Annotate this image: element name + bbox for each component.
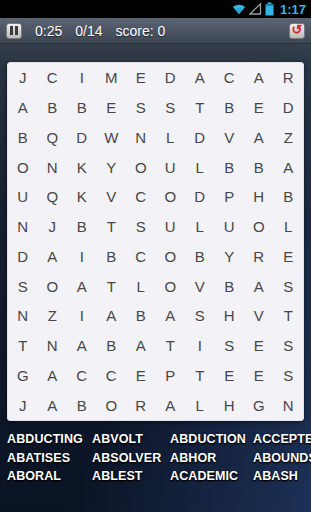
grid-cell[interactable]: U — [156, 212, 186, 242]
reset-button[interactable]: ↺ — [289, 23, 305, 39]
timer-text: 0:25 — [35, 23, 62, 39]
grid-cell[interactable]: O — [156, 271, 186, 301]
grid-cell[interactable]: E — [274, 242, 304, 272]
grid-cell[interactable]: N — [38, 331, 68, 361]
grid-cell[interactable]: A — [244, 63, 274, 93]
word-list-item: ABDUCTION — [170, 432, 253, 446]
grid-cell[interactable]: R — [244, 242, 274, 272]
word-list-item: ABSOLVER — [92, 451, 170, 465]
grid-cell[interactable]: N — [8, 301, 38, 331]
grid-cell[interactable]: S — [185, 301, 215, 331]
grid-cell[interactable]: D — [185, 123, 215, 153]
grid-cell[interactable]: A — [38, 242, 68, 272]
grid-cell[interactable]: T — [156, 331, 186, 361]
grid-cell[interactable]: C — [97, 361, 127, 391]
phone-screen: 1:17 0:25 0/14 score: 0 ↺ JCIMEDACARABBE… — [0, 0, 311, 512]
grid-cell[interactable]: T — [97, 212, 127, 242]
grid-cell[interactable]: S — [8, 271, 38, 301]
grid-cell[interactable]: L — [274, 212, 304, 242]
wifi-icon — [232, 3, 246, 15]
grid-cell[interactable]: U — [8, 182, 38, 212]
grid-cell[interactable]: V — [97, 182, 127, 212]
grid-cell[interactable]: A — [126, 331, 156, 361]
grid-cell[interactable]: E — [126, 361, 156, 391]
grid-cell[interactable]: U — [215, 212, 245, 242]
word-list-item: ABORAL — [7, 469, 92, 483]
grid-cell[interactable]: J — [8, 390, 38, 420]
board-grid[interactable]: JCIMEDACARABBESSTBEDBQDWNLDVAZONKYOULBBA… — [7, 62, 304, 421]
grid-cell[interactable]: L — [185, 212, 215, 242]
grid-cell[interactable]: O — [156, 182, 186, 212]
grid-cell[interactable]: S — [274, 331, 304, 361]
grid-cell[interactable]: E — [244, 361, 274, 391]
grid-cell[interactable]: H — [244, 182, 274, 212]
grid-cell[interactable]: D — [67, 123, 97, 153]
grid-cell[interactable]: B — [215, 93, 245, 123]
grid-cell[interactable]: C — [215, 63, 245, 93]
game-header: 0:25 0/14 score: 0 ↺ — [0, 18, 311, 44]
grid-cell[interactable]: B — [67, 212, 97, 242]
grid-cell[interactable]: Q — [38, 123, 68, 153]
grid-cell[interactable]: G — [8, 361, 38, 391]
grid-cell[interactable]: H — [215, 390, 245, 420]
grid-cell[interactable]: B — [244, 152, 274, 182]
grid-cell[interactable]: O — [244, 212, 274, 242]
grid-cell[interactable]: V — [215, 123, 245, 153]
grid-cell[interactable]: A — [38, 390, 68, 420]
grid-cell[interactable]: R — [126, 390, 156, 420]
grid-cell[interactable]: S — [274, 271, 304, 301]
grid-cell[interactable]: V — [244, 301, 274, 331]
grid-cell[interactable]: T — [185, 361, 215, 391]
grid-cell[interactable]: N — [8, 212, 38, 242]
grid-cell[interactable]: N — [126, 123, 156, 153]
grid-cell[interactable]: C — [126, 182, 156, 212]
grid-cell[interactable]: I — [185, 331, 215, 361]
word-list-item: ABASH — [253, 469, 311, 483]
grid-cell[interactable]: K — [67, 152, 97, 182]
pause-button[interactable] — [6, 23, 22, 39]
word-list-item: ABATISES — [7, 451, 92, 465]
grid-cell[interactable]: J — [8, 63, 38, 93]
grid-cell[interactable]: T — [8, 331, 38, 361]
grid-cell[interactable]: J — [38, 212, 68, 242]
grid-cell[interactable]: A — [274, 152, 304, 182]
grid-cell[interactable]: N — [38, 152, 68, 182]
grid-cell[interactable]: C — [67, 361, 97, 391]
grid-cell[interactable]: E — [244, 331, 274, 361]
grid-cell[interactable]: E — [215, 361, 245, 391]
word-list-item: ABLEST — [92, 469, 170, 483]
clock-text: 1:17 — [280, 2, 306, 17]
grid-cell[interactable]: S — [215, 331, 245, 361]
grid-cell[interactable]: O — [8, 152, 38, 182]
battery-icon — [265, 2, 274, 16]
grid-cell[interactable]: S — [126, 212, 156, 242]
signal-icon — [249, 3, 262, 15]
grid-cell[interactable]: U — [156, 152, 186, 182]
word-list-item: ABOUNDS — [253, 451, 311, 465]
grid-cell[interactable]: O — [97, 390, 127, 420]
word-list-item: ABVOLT — [92, 432, 170, 446]
grid-cell[interactable]: K — [67, 182, 97, 212]
grid-cell[interactable]: I — [67, 63, 97, 93]
grid-cell[interactable]: D — [156, 63, 186, 93]
grid-cell[interactable]: D — [274, 93, 304, 123]
grid-cell[interactable]: B — [97, 242, 127, 272]
grid-cell[interactable]: S — [156, 93, 186, 123]
grid-cell[interactable]: B — [67, 93, 97, 123]
grid-cell[interactable]: L — [185, 152, 215, 182]
grid-cell[interactable]: B — [215, 271, 245, 301]
grid-cell[interactable]: P — [156, 361, 186, 391]
grid-cell[interactable]: B — [185, 242, 215, 272]
word-list-item: ACADEMIC — [170, 469, 253, 483]
grid-cell[interactable]: S — [126, 93, 156, 123]
progress-text: 0/14 — [75, 23, 102, 39]
grid-cell[interactable]: A — [67, 271, 97, 301]
grid-cell[interactable]: G — [244, 390, 274, 420]
grid-cell[interactable]: E — [97, 93, 127, 123]
word-list: ABDUCTINGABATISESABORALABVOLTABSOLVERABL… — [7, 430, 311, 486]
grid-cell[interactable]: N — [274, 390, 304, 420]
grid-cell[interactable]: S — [274, 361, 304, 391]
grid-cell[interactable]: D — [8, 242, 38, 272]
grid-cell[interactable]: P — [215, 182, 245, 212]
grid-cell[interactable]: A — [8, 93, 38, 123]
grid-cell[interactable]: T — [185, 93, 215, 123]
grid-cell[interactable]: A — [185, 63, 215, 93]
status-bar: 1:17 — [0, 0, 311, 18]
grid-cell[interactable]: A — [38, 361, 68, 391]
grid-cell[interactable]: Q — [38, 182, 68, 212]
pause-icon — [10, 26, 18, 35]
grid-cell[interactable]: A — [67, 331, 97, 361]
word-list-item: ABHOR — [170, 451, 253, 465]
grid-cell[interactable]: B — [126, 301, 156, 331]
grid-cell[interactable]: A — [156, 301, 186, 331]
grid-cell[interactable]: Z — [38, 301, 68, 331]
grid-cell[interactable]: B — [274, 182, 304, 212]
grid-cell[interactable]: C — [38, 63, 68, 93]
grid-cell[interactable]: A — [97, 301, 127, 331]
word-list-item: ABDUCTING — [7, 432, 92, 446]
grid-cell[interactable]: Z — [274, 123, 304, 153]
word-list-item: ACCEPTEES — [253, 432, 311, 446]
grid-cell[interactable]: O — [126, 152, 156, 182]
grid-cell[interactable]: E — [244, 93, 274, 123]
grid-cell[interactable]: O — [38, 271, 68, 301]
grid-cell[interactable]: A — [156, 390, 186, 420]
grid-cell[interactable]: A — [244, 123, 274, 153]
grid-cell[interactable]: B — [8, 123, 38, 153]
grid-cell[interactable]: W — [97, 123, 127, 153]
grid-cell[interactable]: R — [274, 63, 304, 93]
grid-cell[interactable]: H — [215, 301, 245, 331]
grid-cell[interactable]: Y — [97, 152, 127, 182]
grid-cell[interactable]: V — [185, 271, 215, 301]
grid-cell[interactable]: E — [126, 63, 156, 93]
grid-cell[interactable]: A — [244, 271, 274, 301]
grid-cell[interactable]: I — [67, 242, 97, 272]
grid-cell[interactable]: B — [97, 331, 127, 361]
grid-cell[interactable]: Y — [215, 242, 245, 272]
grid-cell[interactable]: T — [97, 271, 127, 301]
score-text: score: 0 — [116, 23, 166, 39]
grid-cell[interactable]: L — [156, 123, 186, 153]
grid-cell[interactable]: B — [215, 152, 245, 182]
grid-cell[interactable]: B — [38, 93, 68, 123]
grid-cell[interactable]: O — [156, 242, 186, 272]
grid-cell[interactable]: D — [185, 182, 215, 212]
grid-cell[interactable]: L — [126, 271, 156, 301]
grid-cell[interactable]: C — [126, 242, 156, 272]
reset-icon: ↺ — [292, 23, 303, 36]
grid-cell[interactable]: I — [67, 301, 97, 331]
grid-cell[interactable]: B — [67, 390, 97, 420]
grid-cell[interactable]: T — [274, 301, 304, 331]
grid-cell[interactable]: M — [97, 63, 127, 93]
grid-cell[interactable]: L — [185, 390, 215, 420]
